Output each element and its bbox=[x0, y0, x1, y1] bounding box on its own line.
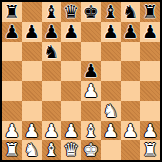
square-f1[interactable] bbox=[101, 140, 121, 160]
piece-white-pawn[interactable]: ♟ bbox=[83, 81, 99, 101]
square-f5[interactable] bbox=[101, 61, 121, 81]
square-a5[interactable] bbox=[2, 61, 22, 81]
square-d3[interactable] bbox=[61, 101, 81, 121]
piece-black-pawn[interactable]: ♟ bbox=[122, 22, 138, 42]
square-b7[interactable]: ♟ bbox=[22, 22, 42, 42]
square-d7[interactable]: ♟ bbox=[61, 22, 81, 42]
piece-black-knight[interactable]: ♞ bbox=[43, 42, 59, 62]
piece-white-pawn[interactable]: ♟ bbox=[43, 121, 59, 141]
piece-black-pawn[interactable]: ♟ bbox=[83, 61, 99, 81]
square-b4[interactable] bbox=[22, 81, 42, 101]
square-d2[interactable]: ♟ bbox=[61, 121, 81, 141]
chess-board: ♜♝♛♚♝♞♜♟♟♟♟♟♟♟♞♟♟♞♟♟♟♟♝♟♟♟♜♞♝♛♚♜ bbox=[2, 2, 160, 160]
piece-white-king[interactable]: ♚ bbox=[83, 140, 99, 160]
square-c1[interactable]: ♝ bbox=[42, 140, 62, 160]
square-e2[interactable]: ♝ bbox=[81, 121, 101, 141]
square-g1[interactable] bbox=[121, 140, 141, 160]
chess-board-frame: ♜♝♛♚♝♞♜♟♟♟♟♟♟♟♞♟♟♞♟♟♟♟♝♟♟♟♜♞♝♛♚♜ bbox=[0, 0, 162, 162]
square-a7[interactable]: ♟ bbox=[2, 22, 22, 42]
square-d5[interactable] bbox=[61, 61, 81, 81]
piece-white-pawn[interactable]: ♟ bbox=[24, 121, 40, 141]
square-b6[interactable] bbox=[22, 42, 42, 62]
piece-white-rook[interactable]: ♜ bbox=[4, 140, 20, 160]
square-e8[interactable]: ♚ bbox=[81, 2, 101, 22]
square-c2[interactable]: ♟ bbox=[42, 121, 62, 141]
square-c4[interactable] bbox=[42, 81, 62, 101]
square-e3[interactable] bbox=[81, 101, 101, 121]
piece-white-pawn[interactable]: ♟ bbox=[4, 121, 20, 141]
square-d4[interactable] bbox=[61, 81, 81, 101]
square-f6[interactable] bbox=[101, 42, 121, 62]
square-a4[interactable] bbox=[2, 81, 22, 101]
square-f7[interactable]: ♟ bbox=[101, 22, 121, 42]
square-a3[interactable] bbox=[2, 101, 22, 121]
square-g2[interactable]: ♟ bbox=[121, 121, 141, 141]
square-g5[interactable] bbox=[121, 61, 141, 81]
piece-white-pawn[interactable]: ♟ bbox=[103, 121, 119, 141]
piece-black-bishop[interactable]: ♝ bbox=[103, 2, 119, 22]
square-e6[interactable] bbox=[81, 42, 101, 62]
piece-white-bishop[interactable]: ♝ bbox=[83, 121, 99, 141]
piece-white-pawn[interactable]: ♟ bbox=[122, 121, 138, 141]
square-d1[interactable]: ♛ bbox=[61, 140, 81, 160]
square-h8[interactable]: ♜ bbox=[140, 2, 160, 22]
square-b2[interactable]: ♟ bbox=[22, 121, 42, 141]
square-h3[interactable] bbox=[140, 101, 160, 121]
piece-black-pawn[interactable]: ♟ bbox=[43, 22, 59, 42]
square-g8[interactable]: ♞ bbox=[121, 2, 141, 22]
square-a2[interactable]: ♟ bbox=[2, 121, 22, 141]
square-a8[interactable]: ♜ bbox=[2, 2, 22, 22]
piece-white-bishop[interactable]: ♝ bbox=[43, 140, 59, 160]
piece-white-knight[interactable]: ♞ bbox=[24, 140, 40, 160]
square-a6[interactable] bbox=[2, 42, 22, 62]
square-f8[interactable]: ♝ bbox=[101, 2, 121, 22]
square-h6[interactable] bbox=[140, 42, 160, 62]
square-b3[interactable] bbox=[22, 101, 42, 121]
square-c7[interactable]: ♟ bbox=[42, 22, 62, 42]
piece-black-rook[interactable]: ♜ bbox=[4, 2, 20, 22]
square-c8[interactable]: ♝ bbox=[42, 2, 62, 22]
piece-white-pawn[interactable]: ♟ bbox=[63, 121, 79, 141]
square-c3[interactable] bbox=[42, 101, 62, 121]
square-g4[interactable] bbox=[121, 81, 141, 101]
piece-black-pawn[interactable]: ♟ bbox=[142, 22, 158, 42]
square-e5[interactable]: ♟ bbox=[81, 61, 101, 81]
piece-black-rook[interactable]: ♜ bbox=[142, 2, 158, 22]
piece-white-pawn[interactable]: ♟ bbox=[142, 121, 158, 141]
square-a1[interactable]: ♜ bbox=[2, 140, 22, 160]
square-d8[interactable]: ♛ bbox=[61, 2, 81, 22]
square-b1[interactable]: ♞ bbox=[22, 140, 42, 160]
square-e7[interactable] bbox=[81, 22, 101, 42]
piece-black-queen[interactable]: ♛ bbox=[63, 2, 79, 22]
piece-white-queen[interactable]: ♛ bbox=[63, 140, 79, 160]
piece-black-knight[interactable]: ♞ bbox=[122, 2, 138, 22]
square-h4[interactable] bbox=[140, 81, 160, 101]
square-f4[interactable] bbox=[101, 81, 121, 101]
square-h7[interactable]: ♟ bbox=[140, 22, 160, 42]
piece-white-knight[interactable]: ♞ bbox=[103, 101, 119, 121]
square-h2[interactable]: ♟ bbox=[140, 121, 160, 141]
square-e1[interactable]: ♚ bbox=[81, 140, 101, 160]
piece-white-rook[interactable]: ♜ bbox=[142, 140, 158, 160]
square-b8[interactable] bbox=[22, 2, 42, 22]
piece-black-pawn[interactable]: ♟ bbox=[103, 22, 119, 42]
square-g7[interactable]: ♟ bbox=[121, 22, 141, 42]
square-c6[interactable]: ♞ bbox=[42, 42, 62, 62]
square-h1[interactable]: ♜ bbox=[140, 140, 160, 160]
square-g6[interactable] bbox=[121, 42, 141, 62]
square-f2[interactable]: ♟ bbox=[101, 121, 121, 141]
square-f3[interactable]: ♞ bbox=[101, 101, 121, 121]
piece-black-pawn[interactable]: ♟ bbox=[24, 22, 40, 42]
piece-black-pawn[interactable]: ♟ bbox=[4, 22, 20, 42]
square-h5[interactable] bbox=[140, 61, 160, 81]
square-c5[interactable] bbox=[42, 61, 62, 81]
piece-black-king[interactable]: ♚ bbox=[83, 2, 99, 22]
piece-black-bishop[interactable]: ♝ bbox=[43, 2, 59, 22]
square-g3[interactable] bbox=[121, 101, 141, 121]
square-e4[interactable]: ♟ bbox=[81, 81, 101, 101]
square-b5[interactable] bbox=[22, 61, 42, 81]
piece-black-pawn[interactable]: ♟ bbox=[63, 22, 79, 42]
square-d6[interactable] bbox=[61, 42, 81, 62]
